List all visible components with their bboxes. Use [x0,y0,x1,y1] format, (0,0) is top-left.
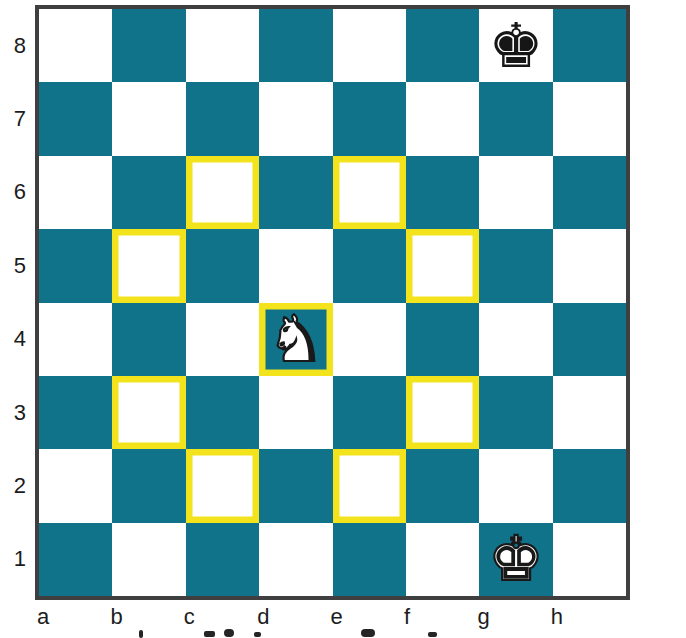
cropped-caption [0,628,686,638]
square-e6[interactable] [333,156,406,229]
square-a7[interactable] [39,82,112,155]
square-f6[interactable] [406,156,479,229]
square-e3[interactable] [333,376,406,449]
square-d2[interactable] [259,449,332,522]
square-c3[interactable] [186,376,259,449]
square-g5[interactable] [479,229,552,302]
file-label-e: e [331,604,404,630]
caption-fragment [139,630,143,638]
square-e8[interactable] [333,9,406,82]
file-label-a: a [37,604,110,630]
square-d4[interactable]: ♞ [259,303,332,376]
file-label-d: d [257,604,330,630]
square-g8[interactable]: ♚ [479,9,552,82]
rank-label-1: 1 [0,523,26,596]
square-g4[interactable] [479,303,552,376]
chess-diagram: ♚♞♚ 87654321 abcdefgh [0,0,686,638]
square-a4[interactable] [39,303,112,376]
square-f2[interactable] [406,449,479,522]
square-h5[interactable] [553,229,626,302]
square-e1[interactable] [333,523,406,596]
square-e2[interactable] [333,449,406,522]
white-king[interactable]: ♚ [479,523,552,596]
rank-label-2: 2 [0,449,26,522]
file-label-h: h [551,604,624,630]
square-h2[interactable] [553,449,626,522]
square-e5[interactable] [333,229,406,302]
square-c4[interactable] [186,303,259,376]
rank-label-4: 4 [0,303,26,376]
square-d7[interactable] [259,82,332,155]
square-b3[interactable] [112,376,185,449]
file-label-f: f [404,604,477,630]
square-f7[interactable] [406,82,479,155]
square-b6[interactable] [112,156,185,229]
square-d1[interactable] [259,523,332,596]
square-g1[interactable]: ♚ [479,523,552,596]
square-a5[interactable] [39,229,112,302]
square-d5[interactable] [259,229,332,302]
square-d3[interactable] [259,376,332,449]
rank-label-3: 3 [0,376,26,449]
square-c6[interactable] [186,156,259,229]
file-label-c: c [184,604,257,630]
square-a6[interactable] [39,156,112,229]
square-e7[interactable] [333,82,406,155]
rank-label-7: 7 [0,82,26,155]
square-f1[interactable] [406,523,479,596]
caption-fragment [428,632,437,637]
square-e4[interactable] [333,303,406,376]
caption-fragment [254,632,261,637]
square-f4[interactable] [406,303,479,376]
chess-board: ♚♞♚ [35,5,630,600]
square-a2[interactable] [39,449,112,522]
caption-fragment [224,629,234,637]
rank-label-8: 8 [0,9,26,82]
square-c7[interactable] [186,82,259,155]
square-b2[interactable] [112,449,185,522]
square-d6[interactable] [259,156,332,229]
square-h7[interactable] [553,82,626,155]
caption-fragment [361,629,375,637]
square-h4[interactable] [553,303,626,376]
square-b8[interactable] [112,9,185,82]
square-g3[interactable] [479,376,552,449]
square-c5[interactable] [186,229,259,302]
square-d8[interactable] [259,9,332,82]
square-b5[interactable] [112,229,185,302]
square-c8[interactable] [186,9,259,82]
square-c1[interactable] [186,523,259,596]
square-b1[interactable] [112,523,185,596]
square-f3[interactable] [406,376,479,449]
square-b4[interactable] [112,303,185,376]
square-g2[interactable] [479,449,552,522]
caption-fragment [204,631,215,637]
square-c2[interactable] [186,449,259,522]
rank-label-5: 5 [0,229,26,302]
square-h8[interactable] [553,9,626,82]
file-label-b: b [110,604,183,630]
white-knight[interactable]: ♞ [259,303,332,376]
square-b7[interactable] [112,82,185,155]
square-a1[interactable] [39,523,112,596]
square-f8[interactable] [406,9,479,82]
square-h1[interactable] [553,523,626,596]
square-a8[interactable] [39,9,112,82]
square-g7[interactable] [479,82,552,155]
square-h6[interactable] [553,156,626,229]
square-a3[interactable] [39,376,112,449]
square-f5[interactable] [406,229,479,302]
square-g6[interactable] [479,156,552,229]
file-label-g: g [477,604,550,630]
rank-label-6: 6 [0,156,26,229]
square-h3[interactable] [553,376,626,449]
black-king[interactable]: ♚ [479,9,552,82]
